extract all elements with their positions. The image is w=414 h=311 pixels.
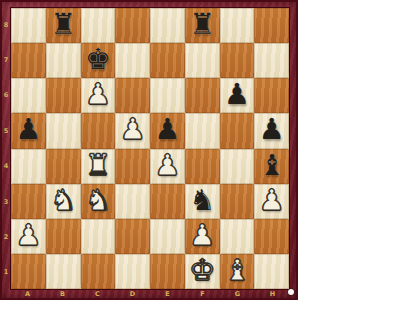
rank-labels: 87654321: [2, 7, 10, 290]
square-g4[interactable]: [220, 149, 255, 184]
file-label-f: F: [185, 289, 220, 298]
piece-white-pawn-e4[interactable]: ♟: [154, 151, 180, 180]
square-c1[interactable]: [81, 254, 116, 289]
square-h1[interactable]: [254, 254, 289, 289]
piece-black-rook-b8[interactable]: ♜: [50, 10, 76, 39]
square-e1[interactable]: [150, 254, 185, 289]
rank-label-1: 1: [2, 255, 10, 290]
square-a4[interactable]: [11, 149, 46, 184]
square-c5[interactable]: [81, 113, 116, 148]
square-e8[interactable]: [150, 8, 185, 43]
page: 87654321 ♜♜♚♟♟♟♟♟♟♜♟♝♞♞♞♟♟♟♚♝ ABCDEFGH: [0, 0, 414, 311]
piece-white-pawn-h3[interactable]: ♟: [259, 186, 285, 215]
piece-black-bishop-h4[interactable]: ♝: [259, 151, 285, 180]
rank-label-2: 2: [2, 219, 10, 254]
chess-board: 87654321 ♜♜♚♟♟♟♟♟♟♜♟♝♞♞♞♟♟♟♚♝ ABCDEFGH: [0, 0, 298, 300]
square-f6[interactable]: [185, 78, 220, 113]
piece-black-knight-f3[interactable]: ♞: [189, 186, 215, 215]
square-b3[interactable]: ♞: [46, 184, 81, 219]
square-c4[interactable]: ♜: [81, 149, 116, 184]
file-label-g: G: [220, 289, 255, 298]
file-label-d: D: [115, 289, 150, 298]
square-e5[interactable]: ♟: [150, 113, 185, 148]
square-d2[interactable]: [115, 219, 150, 254]
piece-black-pawn-e5[interactable]: ♟: [154, 115, 180, 144]
square-b1[interactable]: [46, 254, 81, 289]
file-label-a: A: [10, 289, 45, 298]
square-h8[interactable]: [254, 8, 289, 43]
file-label-c: C: [80, 289, 115, 298]
square-b4[interactable]: [46, 149, 81, 184]
file-label-h: H: [255, 289, 290, 298]
rank-label-7: 7: [2, 42, 10, 77]
piece-black-pawn-g6[interactable]: ♟: [224, 80, 250, 109]
square-a2[interactable]: ♟: [11, 219, 46, 254]
square-c6[interactable]: ♟: [81, 78, 116, 113]
square-e2[interactable]: [150, 219, 185, 254]
square-g1[interactable]: ♝: [220, 254, 255, 289]
square-b7[interactable]: [46, 43, 81, 78]
file-label-b: B: [45, 289, 80, 298]
piece-white-king-f1[interactable]: ♚: [189, 256, 215, 285]
square-d3[interactable]: [115, 184, 150, 219]
square-h6[interactable]: [254, 78, 289, 113]
square-f4[interactable]: [185, 149, 220, 184]
square-h2[interactable]: [254, 219, 289, 254]
square-h4[interactable]: ♝: [254, 149, 289, 184]
square-e7[interactable]: [150, 43, 185, 78]
square-b5[interactable]: [46, 113, 81, 148]
piece-white-bishop-g1[interactable]: ♝: [224, 256, 250, 285]
file-label-e: E: [150, 289, 185, 298]
square-b6[interactable]: [46, 78, 81, 113]
square-c3[interactable]: ♞: [81, 184, 116, 219]
square-f1[interactable]: ♚: [185, 254, 220, 289]
square-f8[interactable]: ♜: [185, 8, 220, 43]
square-d8[interactable]: [115, 8, 150, 43]
rank-label-8: 8: [2, 7, 10, 42]
square-a7[interactable]: [11, 43, 46, 78]
square-a1[interactable]: [11, 254, 46, 289]
piece-black-pawn-h5[interactable]: ♟: [259, 115, 285, 144]
square-a6[interactable]: [11, 78, 46, 113]
square-b8[interactable]: ♜: [46, 8, 81, 43]
square-a5[interactable]: ♟: [11, 113, 46, 148]
piece-black-rook-f8[interactable]: ♜: [189, 10, 215, 39]
square-h7[interactable]: [254, 43, 289, 78]
square-c7[interactable]: ♚: [81, 43, 116, 78]
square-b2[interactable]: [46, 219, 81, 254]
white-to-move-indicator: [288, 289, 294, 295]
square-d1[interactable]: [115, 254, 150, 289]
piece-white-rook-c4[interactable]: ♜: [85, 151, 111, 180]
piece-black-king-c7[interactable]: ♚: [85, 45, 111, 74]
piece-white-knight-b3[interactable]: ♞: [50, 186, 76, 215]
square-a8[interactable]: [11, 8, 46, 43]
rank-label-5: 5: [2, 113, 10, 148]
square-e4[interactable]: ♟: [150, 149, 185, 184]
board-grid: ♜♜♚♟♟♟♟♟♟♜♟♝♞♞♞♟♟♟♚♝: [10, 7, 290, 290]
file-labels: ABCDEFGH: [10, 289, 290, 298]
square-g5[interactable]: [220, 113, 255, 148]
square-f7[interactable]: [185, 43, 220, 78]
square-h3[interactable]: ♟: [254, 184, 289, 219]
square-g6[interactable]: ♟: [220, 78, 255, 113]
square-d4[interactable]: [115, 149, 150, 184]
piece-white-knight-c3[interactable]: ♞: [85, 186, 111, 215]
square-h5[interactable]: ♟: [254, 113, 289, 148]
square-c8[interactable]: [81, 8, 116, 43]
square-a3[interactable]: [11, 184, 46, 219]
square-d6[interactable]: [115, 78, 150, 113]
piece-white-pawn-d5[interactable]: ♟: [120, 115, 146, 144]
rank-label-6: 6: [2, 78, 10, 113]
piece-white-pawn-f2[interactable]: ♟: [189, 221, 215, 250]
piece-black-pawn-a5[interactable]: ♟: [15, 115, 41, 144]
rank-label-3: 3: [2, 184, 10, 219]
piece-white-pawn-a2[interactable]: ♟: [15, 221, 41, 250]
square-f2[interactable]: ♟: [185, 219, 220, 254]
square-d7[interactable]: [115, 43, 150, 78]
square-c2[interactable]: [81, 219, 116, 254]
rank-label-4: 4: [2, 149, 10, 184]
square-f5[interactable]: [185, 113, 220, 148]
piece-white-pawn-c6[interactable]: ♟: [85, 80, 111, 109]
square-d5[interactable]: ♟: [115, 113, 150, 148]
square-e6[interactable]: [150, 78, 185, 113]
square-e3[interactable]: [150, 184, 185, 219]
square-g8[interactable]: [220, 8, 255, 43]
square-g3[interactable]: [220, 184, 255, 219]
square-f3[interactable]: ♞: [185, 184, 220, 219]
square-g7[interactable]: [220, 43, 255, 78]
square-g2[interactable]: [220, 219, 255, 254]
